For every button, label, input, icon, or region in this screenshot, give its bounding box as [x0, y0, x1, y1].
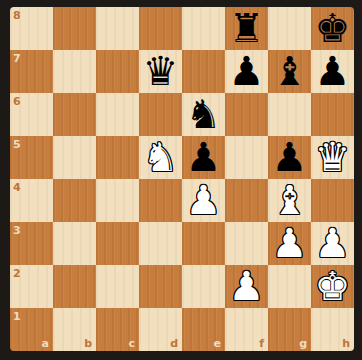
square-d5[interactable]: ♞ [139, 136, 182, 179]
file-label-e: e [214, 338, 221, 349]
square-f7[interactable]: ♟ [225, 50, 268, 93]
square-a7[interactable]: 7 [10, 50, 53, 93]
square-a5[interactable]: 5 [10, 136, 53, 179]
rank-label-2: 2 [13, 268, 21, 279]
square-a8[interactable]: 8 [10, 7, 53, 50]
piece-black-pawn[interactable]: ♟ [229, 51, 265, 91]
square-e1[interactable]: e [182, 308, 225, 351]
square-f6[interactable] [225, 93, 268, 136]
piece-white-pawn[interactable]: ♟ [186, 180, 222, 220]
square-b1[interactable]: b [53, 308, 96, 351]
square-c5[interactable] [96, 136, 139, 179]
piece-black-rook[interactable]: ♜ [229, 8, 265, 48]
square-a1[interactable]: 1a [10, 308, 53, 351]
square-f1[interactable]: f [225, 308, 268, 351]
square-b3[interactable] [53, 222, 96, 265]
square-h5[interactable]: ♛ [311, 136, 354, 179]
piece-black-king[interactable]: ♚ [315, 8, 351, 48]
piece-black-pawn[interactable]: ♟ [186, 137, 222, 177]
square-c3[interactable] [96, 222, 139, 265]
file-label-c: c [128, 338, 135, 349]
piece-white-queen[interactable]: ♛ [315, 137, 351, 177]
square-c1[interactable]: c [96, 308, 139, 351]
square-h1[interactable]: h [311, 308, 354, 351]
square-b8[interactable] [53, 7, 96, 50]
square-h3[interactable]: ♟ [311, 222, 354, 265]
square-c8[interactable] [96, 7, 139, 50]
square-b6[interactable] [53, 93, 96, 136]
square-f3[interactable] [225, 222, 268, 265]
piece-black-queen[interactable]: ♛ [143, 51, 179, 91]
square-d3[interactable] [139, 222, 182, 265]
square-h7[interactable]: ♟ [311, 50, 354, 93]
square-d4[interactable] [139, 179, 182, 222]
square-c7[interactable] [96, 50, 139, 93]
square-b5[interactable] [53, 136, 96, 179]
square-f4[interactable] [225, 179, 268, 222]
square-b4[interactable] [53, 179, 96, 222]
square-d6[interactable] [139, 93, 182, 136]
square-g5[interactable]: ♟ [268, 136, 311, 179]
square-c4[interactable] [96, 179, 139, 222]
piece-white-bishop[interactable]: ♝ [272, 180, 308, 220]
square-g1[interactable]: g [268, 308, 311, 351]
square-d2[interactable] [139, 265, 182, 308]
square-g3[interactable]: ♟ [268, 222, 311, 265]
square-g8[interactable] [268, 7, 311, 50]
square-b2[interactable] [53, 265, 96, 308]
piece-white-king[interactable]: ♚ [315, 266, 351, 306]
square-h6[interactable] [311, 93, 354, 136]
chess-board: 8♜♚7♛♟♝♟6♞5♞♟♟♛4♟♝3♟♟2♟♚1abcdefgh [10, 7, 354, 351]
square-f2[interactable]: ♟ [225, 265, 268, 308]
piece-black-pawn[interactable]: ♟ [315, 51, 351, 91]
file-label-d: d [170, 338, 178, 349]
rank-label-4: 4 [13, 182, 21, 193]
square-e8[interactable] [182, 7, 225, 50]
square-a6[interactable]: 6 [10, 93, 53, 136]
square-a2[interactable]: 2 [10, 265, 53, 308]
square-b7[interactable] [53, 50, 96, 93]
rank-label-7: 7 [13, 53, 21, 64]
piece-white-pawn[interactable]: ♟ [272, 223, 308, 263]
square-c2[interactable] [96, 265, 139, 308]
piece-white-knight[interactable]: ♞ [143, 137, 179, 177]
file-label-g: g [299, 338, 307, 349]
square-g2[interactable] [268, 265, 311, 308]
square-d1[interactable]: d [139, 308, 182, 351]
square-g6[interactable] [268, 93, 311, 136]
square-e7[interactable] [182, 50, 225, 93]
square-h8[interactable]: ♚ [311, 7, 354, 50]
piece-white-pawn[interactable]: ♟ [315, 223, 351, 263]
square-d7[interactable]: ♛ [139, 50, 182, 93]
rank-label-5: 5 [13, 139, 21, 150]
square-f8[interactable]: ♜ [225, 7, 268, 50]
file-label-b: b [84, 338, 92, 349]
square-h4[interactable] [311, 179, 354, 222]
piece-black-bishop[interactable]: ♝ [272, 51, 308, 91]
square-f5[interactable] [225, 136, 268, 179]
rank-label-8: 8 [13, 10, 21, 21]
square-e5[interactable]: ♟ [182, 136, 225, 179]
square-g7[interactable]: ♝ [268, 50, 311, 93]
piece-black-pawn[interactable]: ♟ [272, 137, 308, 177]
square-e6[interactable]: ♞ [182, 93, 225, 136]
rank-label-1: 1 [13, 311, 21, 322]
square-a3[interactable]: 3 [10, 222, 53, 265]
file-label-a: a [42, 338, 49, 349]
square-d8[interactable] [139, 7, 182, 50]
square-e3[interactable] [182, 222, 225, 265]
rank-label-6: 6 [13, 96, 21, 107]
file-label-f: f [259, 338, 264, 349]
piece-white-pawn[interactable]: ♟ [229, 266, 265, 306]
square-a4[interactable]: 4 [10, 179, 53, 222]
square-h2[interactable]: ♚ [311, 265, 354, 308]
piece-black-knight[interactable]: ♞ [186, 94, 222, 134]
file-label-h: h [342, 338, 350, 349]
square-e2[interactable] [182, 265, 225, 308]
square-e4[interactable]: ♟ [182, 179, 225, 222]
square-c6[interactable] [96, 93, 139, 136]
square-g4[interactable]: ♝ [268, 179, 311, 222]
rank-label-3: 3 [13, 225, 21, 236]
